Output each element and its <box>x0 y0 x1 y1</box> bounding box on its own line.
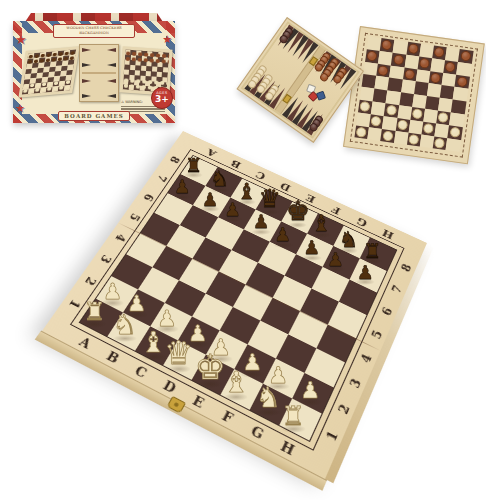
checkers-disc-brown <box>393 54 404 65</box>
star-icon: ★ <box>15 102 25 115</box>
box-backgammon-point <box>107 79 116 83</box>
product-box-front: ★ ★ ★ WOODEN CHESS CHECKERS BACKGAMMON <box>13 21 175 123</box>
box-chess-image <box>18 46 79 98</box>
product-photo: ★ ★ ★ WOODEN CHESS CHECKERS BACKGAMMON <box>0 0 486 500</box>
box-backgammon-right-points <box>107 48 116 98</box>
box-backgammon-point <box>107 94 116 98</box>
backgammon-board <box>237 17 364 143</box>
checkers-disc-cream <box>412 108 423 119</box>
checkers-disc-cream <box>438 112 449 123</box>
checkers-disc-cream <box>397 119 408 130</box>
star-icon: ★ <box>15 32 27 47</box>
checkers-disc-cream <box>423 123 434 134</box>
backgammon-checker-stack <box>278 26 294 44</box>
label-rank-right-5: 5 <box>367 325 386 344</box>
box-backgammon-point <box>82 94 91 98</box>
box-backgammon-left-points <box>82 48 91 98</box>
box-backgammon-point <box>82 79 91 83</box>
product-box: ★ ★ ★ WOODEN CHESS CHECKERS BACKGAMMON <box>13 13 175 123</box>
checkers-disc-brown <box>378 65 389 76</box>
age-badge-big-text: 3+ <box>152 95 172 104</box>
box-backgammon-point <box>107 63 116 67</box>
die-icon <box>316 91 326 101</box>
checkers-disc-cream <box>408 134 419 145</box>
backgammon-checkers-layer <box>238 18 363 141</box>
box-bottom-banner: BOARD GAMES <box>58 111 130 121</box>
label-rank-right-3: 3 <box>345 373 365 393</box>
checkers-disc-cream <box>359 101 370 112</box>
box-backgammon-point <box>82 63 91 67</box>
label-rank-right-8: 8 <box>397 259 415 276</box>
checkers-disc-brown <box>434 47 445 58</box>
checkers-grid <box>354 36 473 152</box>
warning-label: WARNING: <box>125 100 143 104</box>
chess-board-plane: AABBCCDDEEFFGGHH1122334455667788 <box>42 131 427 479</box>
box-backgammon-point <box>107 48 116 52</box>
checkers-disc-brown <box>381 39 392 50</box>
checkers-disc-cream <box>356 126 367 137</box>
label-rank-right-6: 6 <box>377 302 396 320</box>
checkers-board <box>343 26 485 164</box>
checkers-disc-cream <box>449 126 460 137</box>
checkers-disc-cream <box>382 130 393 141</box>
label-rank-right-1: 1 <box>321 425 342 446</box>
box-title-text: WOODEN CHESS CHECKERS BACKGAMMON <box>66 26 122 35</box>
checkers-disc-cream <box>434 137 445 148</box>
box-bottom-banner-text: BOARD GAMES <box>64 113 123 119</box>
label-rank-right-2: 2 <box>333 398 354 419</box>
checkers-disc-brown <box>456 76 467 87</box>
star-icon: ★ <box>162 33 172 46</box>
age-badge: AGES 3+ <box>151 87 173 109</box>
checkers-disc-brown <box>419 57 430 68</box>
checkers-disc-brown <box>404 68 415 79</box>
box-title-banner: WOODEN CHESS CHECKERS BACKGAMMON <box>53 24 135 38</box>
box-backgammon-point <box>82 48 91 52</box>
backgammon-checker-stack <box>308 114 324 132</box>
checkers-disc-brown <box>367 50 378 61</box>
checkers-disc-brown <box>407 43 418 54</box>
checkers-disc-cream <box>371 115 382 126</box>
chess-grid <box>79 155 398 442</box>
checkers-disc-brown <box>460 50 471 61</box>
checkers-disc-brown <box>430 72 441 83</box>
warning-icon: ⚠ <box>121 100 124 104</box>
checkers-disc-cream <box>386 104 397 115</box>
label-rank-right-4: 4 <box>356 348 376 367</box>
box-backgammon-image <box>79 44 119 102</box>
label-rank-right-7: 7 <box>387 280 406 297</box>
checkers-square <box>446 138 461 153</box>
checkers-disc-brown <box>445 61 456 72</box>
